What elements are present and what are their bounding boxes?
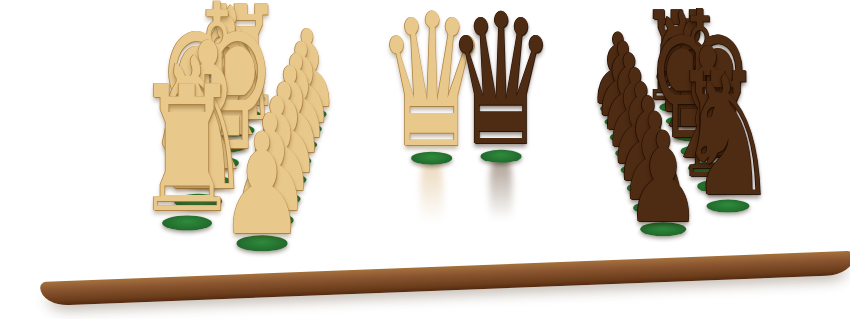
square-d7 bbox=[401, 118, 467, 134]
piece-white-bishop-a6: ♝ bbox=[176, 0, 275, 160]
felt-base-h8 bbox=[659, 102, 694, 113]
square-d5 bbox=[397, 149, 468, 168]
queen-reflection bbox=[420, 155, 444, 235]
piece-black-bishop-h6: ♝ bbox=[648, 4, 736, 148]
square-h5 bbox=[665, 143, 738, 161]
square-a4 bbox=[165, 172, 251, 193]
piece-black-bishop-h4: ♝ bbox=[662, 28, 755, 181]
square-f5 bbox=[534, 146, 605, 164]
felt-base-a2 bbox=[163, 216, 213, 231]
piece-black-pawn-g7: ♟ bbox=[592, 30, 654, 132]
square-h3 bbox=[680, 176, 759, 197]
felt-base-b8 bbox=[287, 108, 326, 120]
square-e3 bbox=[468, 182, 543, 204]
square-e1 bbox=[469, 222, 551, 248]
square-e7 bbox=[467, 117, 532, 133]
piece-white-pawn-b2: ♟ bbox=[229, 98, 311, 232]
piece-black-pawn-g2: ♟ bbox=[618, 97, 692, 218]
square-e4 bbox=[468, 164, 540, 184]
square-g6 bbox=[595, 129, 664, 146]
square-a7 bbox=[196, 122, 272, 139]
square-a2 bbox=[140, 211, 234, 236]
board-grid bbox=[125, 100, 785, 261]
felt-base-h7 bbox=[666, 116, 702, 127]
square-g4 bbox=[605, 161, 680, 180]
felt-base-b5 bbox=[268, 155, 311, 168]
square-c6 bbox=[329, 135, 401, 153]
felt-base-b2 bbox=[245, 213, 294, 228]
felt-base-b1 bbox=[236, 236, 287, 251]
square-a8 bbox=[204, 108, 277, 124]
square-f7 bbox=[529, 116, 595, 132]
felt-base-a8 bbox=[221, 109, 261, 121]
piece-black-pawn-g8: ♟ bbox=[588, 19, 648, 117]
chess-set-product-photo: ♜♟♟♜♞♟♟♞♝♟♟♝♚♟♛♛♟♚♝♟♟♝♞♟♟♜♜♟♟♞♟♟ bbox=[0, 0, 850, 319]
square-b2 bbox=[225, 209, 314, 234]
felt-base-a7 bbox=[213, 124, 254, 136]
felt-base-e5 bbox=[480, 150, 521, 162]
felt-base-a3 bbox=[174, 194, 222, 208]
piece-white-knight-a7: ♞ bbox=[186, 0, 282, 143]
square-c3 bbox=[314, 186, 394, 208]
square-d2 bbox=[389, 204, 468, 228]
piece-black-pawn-g4: ♟ bbox=[607, 68, 675, 180]
felt-base-a5 bbox=[195, 157, 239, 170]
square-h8 bbox=[645, 101, 711, 115]
felt-base-h4 bbox=[688, 162, 728, 174]
piece-white-rook-a8: ♜ bbox=[199, 0, 284, 127]
square-h7 bbox=[651, 114, 719, 129]
square-c7 bbox=[334, 120, 403, 136]
square-f3 bbox=[540, 180, 616, 201]
felt-base-g1 bbox=[640, 222, 686, 236]
felt-base-g8 bbox=[600, 103, 636, 114]
felt-base-a4 bbox=[185, 175, 231, 189]
square-a3 bbox=[153, 191, 243, 214]
square-d4 bbox=[394, 166, 467, 186]
felt-base-g4 bbox=[621, 164, 662, 176]
felt-base-g6 bbox=[610, 132, 648, 143]
piece-black-pawn-g5: ♟ bbox=[602, 55, 668, 163]
square-g8 bbox=[587, 102, 652, 117]
felt-base-b3 bbox=[254, 192, 301, 206]
square-e6 bbox=[467, 132, 534, 149]
square-e2 bbox=[468, 202, 546, 226]
piece-black-pawn-g6: ♟ bbox=[597, 42, 661, 147]
square-f6 bbox=[532, 131, 600, 148]
square-b8 bbox=[272, 107, 342, 122]
felt-base-g5 bbox=[615, 147, 654, 159]
square-b7 bbox=[265, 121, 338, 138]
square-f4 bbox=[537, 162, 611, 182]
square-g2 bbox=[616, 197, 697, 220]
piece-black-pawn-g1: ♟ bbox=[625, 115, 701, 240]
felt-base-g2 bbox=[633, 201, 677, 214]
piece-white-pawn-b8: ♟ bbox=[274, 17, 339, 124]
square-b6 bbox=[258, 136, 333, 154]
piece-black-knight-h2: ♞ bbox=[677, 54, 778, 219]
square-g7 bbox=[591, 115, 658, 131]
square-h1 bbox=[697, 215, 783, 239]
square-f1 bbox=[547, 220, 630, 245]
square-f2 bbox=[543, 199, 623, 222]
square-h6 bbox=[658, 128, 728, 145]
board-front-edge bbox=[40, 251, 850, 306]
square-h2 bbox=[688, 195, 770, 217]
square-h4 bbox=[672, 159, 748, 178]
felt-base-h6 bbox=[673, 130, 710, 141]
piece-white-pawn-b6: ♟ bbox=[261, 40, 331, 155]
square-a1 bbox=[126, 233, 225, 260]
piece-white-pawn-b5: ♟ bbox=[254, 53, 327, 172]
felt-base-b7 bbox=[281, 123, 321, 135]
piece-white-knight-a3: ♞ bbox=[142, 33, 254, 216]
piece-black-queen-e5: ♛ bbox=[445, 0, 555, 171]
piece-white-rook-a2: ♜ bbox=[134, 63, 240, 237]
square-d1 bbox=[386, 225, 469, 251]
piece-white-king-a5: ♚ bbox=[156, 0, 279, 179]
felt-base-d5 bbox=[411, 152, 453, 165]
piece-white-pawn-b7: ♟ bbox=[268, 28, 336, 139]
square-c1 bbox=[302, 228, 390, 255]
piece-white-pawn-b4: ♟ bbox=[246, 66, 322, 190]
square-b1 bbox=[215, 230, 308, 257]
piece-black-king-h5: ♚ bbox=[646, 0, 754, 166]
piece-white-pawn-b1: ♟ bbox=[219, 115, 304, 255]
square-b5 bbox=[251, 152, 329, 171]
piece-black-pawn-g3: ♟ bbox=[612, 82, 683, 198]
square-e8 bbox=[466, 104, 529, 119]
square-g3 bbox=[611, 178, 689, 199]
square-b4 bbox=[243, 170, 325, 191]
queen-reflection bbox=[489, 153, 512, 231]
square-c5 bbox=[325, 151, 399, 170]
piece-white-pawn-b3: ♟ bbox=[238, 81, 317, 210]
square-g1 bbox=[623, 217, 707, 242]
square-d8 bbox=[403, 105, 467, 120]
piece-black-rook-h3: ♜ bbox=[673, 53, 761, 198]
square-e5 bbox=[467, 148, 537, 167]
square-c2 bbox=[308, 206, 392, 230]
felt-base-h2 bbox=[706, 199, 749, 212]
square-d6 bbox=[399, 133, 467, 150]
board-inner-border bbox=[107, 98, 799, 266]
square-c4 bbox=[319, 168, 396, 189]
felt-base-h5 bbox=[680, 146, 719, 158]
square-a6 bbox=[186, 138, 265, 156]
felt-base-b4 bbox=[261, 173, 306, 187]
felt-base-g3 bbox=[627, 182, 669, 195]
square-b3 bbox=[234, 188, 319, 211]
piece-white-bishop-a4: ♝ bbox=[154, 20, 261, 196]
felt-base-h3 bbox=[697, 180, 738, 192]
square-g5 bbox=[600, 144, 672, 162]
felt-base-g7 bbox=[605, 117, 642, 128]
square-f8 bbox=[527, 103, 591, 118]
piece-black-knight-h7: ♞ bbox=[642, 0, 727, 133]
piece-black-rook-h8: ♜ bbox=[639, 0, 714, 118]
square-c8 bbox=[338, 106, 405, 121]
felt-base-b6 bbox=[275, 138, 317, 151]
piece-white-queen-d5: ♛ bbox=[376, 0, 488, 173]
square-a5 bbox=[176, 154, 258, 174]
square-d3 bbox=[392, 184, 468, 206]
felt-base-a6 bbox=[204, 140, 247, 153]
